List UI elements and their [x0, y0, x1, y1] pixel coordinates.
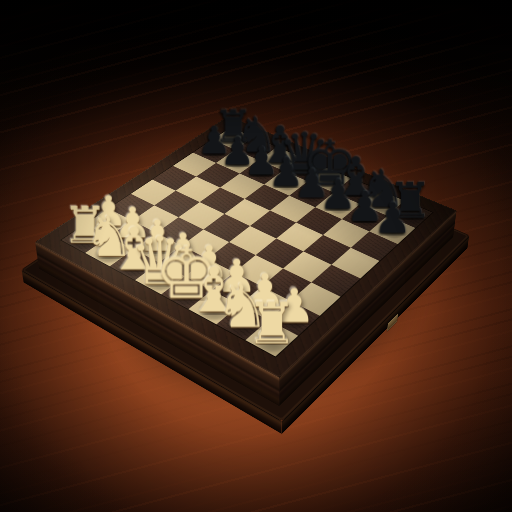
scene-3d-stage: ♜♞♝♛♚♝♞♜♟♟♟♟♟♟♟♟♟♟♟♟♟♟♟♟♜♞♝♛♚♝♞♜ — [0, 0, 512, 512]
brass-hinge — [387, 313, 398, 331]
